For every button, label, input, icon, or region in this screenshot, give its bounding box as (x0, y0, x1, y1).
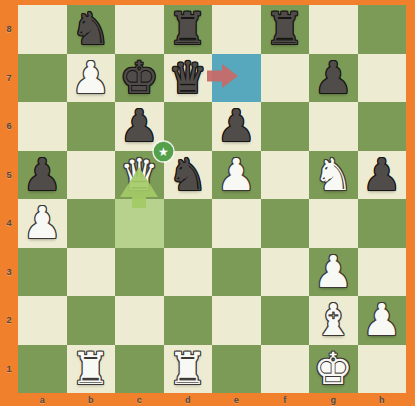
square-e2[interactable] (212, 296, 261, 345)
square-a5[interactable]: ♟ (18, 151, 67, 200)
piece-white-pawn[interactable]: ♟ (362, 296, 401, 345)
square-h1[interactable] (358, 345, 407, 394)
square-d4[interactable] (164, 199, 213, 248)
square-d5[interactable]: ♞ (164, 151, 213, 200)
square-g3[interactable]: ♟ (309, 248, 358, 297)
square-f1[interactable] (261, 345, 310, 394)
square-d7[interactable]: ♛ (164, 54, 213, 103)
square-g2[interactable]: ♝ (309, 296, 358, 345)
square-h3[interactable] (358, 248, 407, 297)
square-d1[interactable]: ♜ (164, 345, 213, 394)
piece-black-pawn[interactable]: ♟ (23, 151, 62, 200)
rank-label-6: 6 (0, 102, 18, 151)
square-g6[interactable] (309, 102, 358, 151)
square-g4[interactable] (309, 199, 358, 248)
square-c2[interactable] (115, 296, 164, 345)
square-b2[interactable] (67, 296, 116, 345)
square-c8[interactable] (115, 5, 164, 54)
square-f2[interactable] (261, 296, 310, 345)
piece-black-pawn[interactable]: ♟ (314, 54, 353, 103)
square-b7[interactable]: ♟ (67, 54, 116, 103)
square-d3[interactable] (164, 248, 213, 297)
square-c7[interactable]: ♚ (115, 54, 164, 103)
piece-black-knight[interactable]: ♞ (71, 5, 110, 54)
piece-white-rook[interactable]: ♜ (71, 345, 110, 394)
square-d6[interactable] (164, 102, 213, 151)
file-label-f: f (261, 393, 310, 406)
piece-white-king[interactable]: ♚ (314, 345, 353, 394)
square-h7[interactable] (358, 54, 407, 103)
square-f8[interactable]: ♜ (261, 5, 310, 54)
square-g5[interactable]: ♞ (309, 151, 358, 200)
rank-label-1: 1 (0, 345, 18, 394)
piece-white-pawn[interactable]: ♟ (23, 199, 62, 248)
square-c4[interactable] (115, 199, 164, 248)
rank-label-7: 7 (0, 54, 18, 103)
rank-label-8: 8 (0, 5, 18, 54)
file-label-e: e (212, 393, 261, 406)
chess-board-container: ♞♜♜♟♚♛♟♟♟♟♛♞♟♞♟♟♟♝♟♜♜♚ ★ 87654321abcdefg… (0, 0, 415, 406)
file-label-g: g (309, 393, 358, 406)
rank-label-2: 2 (0, 296, 18, 345)
piece-black-knight[interactable]: ♞ (168, 151, 207, 200)
piece-black-queen[interactable]: ♛ (168, 54, 207, 103)
square-a7[interactable] (18, 54, 67, 103)
square-b6[interactable] (67, 102, 116, 151)
square-c5[interactable]: ♛ (115, 151, 164, 200)
square-e6[interactable]: ♟ (212, 102, 261, 151)
square-f3[interactable] (261, 248, 310, 297)
square-d2[interactable] (164, 296, 213, 345)
square-g1[interactable]: ♚ (309, 345, 358, 394)
square-e8[interactable] (212, 5, 261, 54)
rank-label-4: 4 (0, 199, 18, 248)
piece-white-knight[interactable]: ♞ (314, 151, 353, 200)
square-h2[interactable]: ♟ (358, 296, 407, 345)
square-a6[interactable] (18, 102, 67, 151)
piece-black-pawn[interactable]: ♟ (217, 102, 256, 151)
square-g8[interactable] (309, 5, 358, 54)
piece-black-rook[interactable]: ♜ (168, 5, 207, 54)
square-b4[interactable] (67, 199, 116, 248)
square-e7[interactable] (212, 54, 261, 103)
square-h5[interactable]: ♟ (358, 151, 407, 200)
piece-white-queen[interactable]: ♛ (120, 151, 159, 200)
square-a8[interactable] (18, 5, 67, 54)
square-h8[interactable] (358, 5, 407, 54)
square-g7[interactable]: ♟ (309, 54, 358, 103)
square-a3[interactable] (18, 248, 67, 297)
square-c3[interactable] (115, 248, 164, 297)
chess-board: ♞♜♜♟♚♛♟♟♟♟♛♞♟♞♟♟♟♝♟♜♜♚ (18, 5, 406, 393)
file-label-c: c (115, 393, 164, 406)
square-f7[interactable] (261, 54, 310, 103)
square-f4[interactable] (261, 199, 310, 248)
square-a2[interactable] (18, 296, 67, 345)
square-f6[interactable] (261, 102, 310, 151)
piece-white-pawn[interactable]: ♟ (217, 151, 256, 200)
rank-label-3: 3 (0, 248, 18, 297)
rank-label-5: 5 (0, 151, 18, 200)
square-a4[interactable]: ♟ (18, 199, 67, 248)
square-d8[interactable]: ♜ (164, 5, 213, 54)
square-h6[interactable] (358, 102, 407, 151)
piece-black-pawn[interactable]: ♟ (362, 151, 401, 200)
square-b1[interactable]: ♜ (67, 345, 116, 394)
square-e1[interactable] (212, 345, 261, 394)
piece-black-king[interactable]: ♚ (120, 54, 159, 103)
square-h4[interactable] (358, 199, 407, 248)
square-e5[interactable]: ♟ (212, 151, 261, 200)
piece-black-rook[interactable]: ♜ (265, 5, 304, 54)
file-label-a: a (18, 393, 67, 406)
square-c6[interactable]: ♟ (115, 102, 164, 151)
piece-white-pawn[interactable]: ♟ (314, 248, 353, 297)
piece-white-bishop[interactable]: ♝ (314, 296, 353, 345)
square-b3[interactable] (67, 248, 116, 297)
piece-white-pawn[interactable]: ♟ (71, 54, 110, 103)
square-e4[interactable] (212, 199, 261, 248)
square-a1[interactable] (18, 345, 67, 394)
square-f5[interactable] (261, 151, 310, 200)
square-b8[interactable]: ♞ (67, 5, 116, 54)
file-label-d: d (164, 393, 213, 406)
file-label-h: h (358, 393, 407, 406)
square-c1[interactable] (115, 345, 164, 394)
piece-black-pawn[interactable]: ♟ (120, 102, 159, 151)
piece-white-rook[interactable]: ♜ (168, 345, 207, 394)
square-b5[interactable] (67, 151, 116, 200)
file-label-b: b (67, 393, 116, 406)
square-e3[interactable] (212, 248, 261, 297)
